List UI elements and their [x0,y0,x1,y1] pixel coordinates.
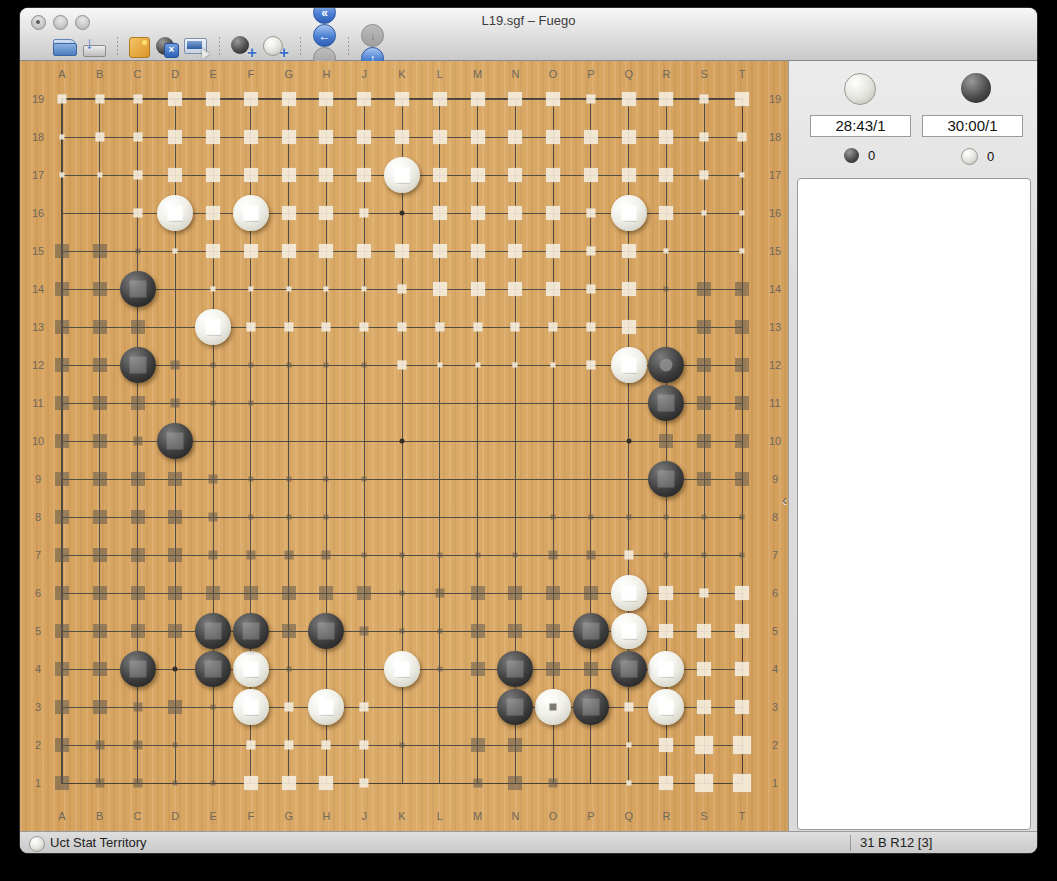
white-territory-mark [508,206,522,220]
white-territory-mark [95,133,104,142]
black-territory-mark [209,475,218,484]
white-stone-Q16 [611,195,647,231]
black-territory-mark [549,779,558,788]
white-territory-mark [319,244,333,258]
column-label: J [361,68,367,80]
toolbar-separator [219,37,220,57]
black-territory-mark [171,361,180,370]
row-label: 7 [772,549,778,561]
white-stone-H3 [308,689,344,725]
black-territory-mark [55,776,69,790]
white-territory-mark [622,92,636,106]
white-territory-mark [513,363,518,368]
black-territory-mark [586,551,595,560]
black-territory-mark [93,700,107,714]
column-label: N [511,810,519,822]
territory-mark-on-stone [318,623,335,640]
white-prisoners-row: 0 [844,148,875,163]
black-prisoners-count: 0 [987,149,994,164]
black-territory-mark [437,553,442,558]
toolbar: ↓ × + + ◀ [50,34,388,60]
black-territory-mark [55,396,69,410]
white-territory-mark [319,168,333,182]
white-territory-mark [471,206,485,220]
add-white-stone-button[interactable]: + [263,36,289,58]
territory-mark-on-stone [658,395,675,412]
black-territory-mark [437,629,442,634]
white-territory-mark [659,168,673,182]
white-territory-mark [622,282,636,296]
row-label: 12 [769,359,781,371]
black-territory-mark [93,244,107,258]
territory-mark-on-stone [167,433,184,450]
app-window: L19.sgf – Fuego ↓ × [20,8,1037,853]
white-territory-mark [702,211,707,216]
black-territory-mark [324,477,329,482]
white-territory-mark [435,323,444,332]
black-territory-mark [546,586,560,600]
territory-mark-on-stone [243,206,258,221]
black-territory-mark [95,779,104,788]
black-territory-mark [131,320,145,334]
black-territory-mark [55,358,69,372]
white-territory-mark [284,323,293,332]
white-territory-mark [357,244,371,258]
plus-icon: + [247,46,257,60]
black-territory-mark [209,513,218,522]
territory-mark-on-stone [205,623,222,640]
white-stone-K17 [384,157,420,193]
row-label: 14 [32,283,44,295]
white-territory-mark [168,92,182,106]
white-territory-mark [319,92,333,106]
white-territory-mark [473,323,482,332]
territory-mark-on-stone [319,700,334,715]
row-label: 18 [769,131,781,143]
open-file-button[interactable] [53,39,76,56]
white-territory-mark [282,92,296,106]
row-label: 16 [769,207,781,219]
column-label: A [58,68,65,80]
row-label: 1 [772,777,778,789]
add-black-stone-button[interactable]: + [231,36,257,58]
column-label: G [284,810,293,822]
splitter-grip-icon[interactable]: ‹ [782,491,787,508]
black-territory-mark [697,282,711,296]
white-territory-mark [433,282,447,296]
row-label: 10 [32,435,44,447]
black-stone-N3 [497,689,533,725]
black-stone-R11 [648,385,684,421]
black-player-stone-icon [961,73,991,103]
white-territory-mark [622,320,636,334]
black-territory-mark [324,363,329,368]
black-territory-mark [735,472,749,486]
territory-mark-on-stone [620,661,637,678]
white-territory-mark [546,206,560,220]
column-label: A [58,810,65,822]
black-territory-mark [362,363,367,368]
white-territory-mark [584,168,598,182]
white-territory-mark [735,624,749,638]
black-territory-mark [131,510,145,524]
white-territory-mark [471,282,485,296]
hoshi-point [626,439,631,444]
white-prisoners-count: 0 [868,148,875,163]
column-label: N [511,68,519,80]
black-territory-mark [697,320,711,334]
white-territory-mark [395,244,409,258]
territory-mark-on-stone [582,699,599,716]
black-territory-mark [93,548,107,562]
white-territory-mark [735,92,749,106]
territory-mark-on-stone [621,586,636,601]
row-label: 3 [772,701,778,713]
white-territory-mark [659,738,673,752]
territory-mark-on-stone [243,662,258,677]
white-territory-mark [248,287,253,292]
black-territory-mark [131,624,145,638]
black-territory-mark [206,586,220,600]
back-10-moves-button[interactable]: « [313,8,336,24]
white-stone-O3 [535,689,571,725]
black-territory-mark [55,282,69,296]
white-territory-mark [549,323,558,332]
white-stone-K4 [384,651,420,687]
white-territory-mark [659,776,673,790]
territory-mark-on-stone [507,699,524,716]
black-territory-mark [95,741,104,750]
row-label: 6 [35,587,41,599]
white-territory-mark [735,662,749,676]
black-stone-F5 [233,613,269,649]
black-territory-mark [93,320,107,334]
territory-mark-on-stone [205,661,222,678]
white-territory-mark [360,323,369,332]
black-territory-mark [319,586,333,600]
white-territory-mark [319,776,333,790]
x-badge-icon: × [164,43,179,58]
territory-mark-on-stone [168,206,183,221]
black-prisoners-row: 0 [961,148,994,165]
black-territory-mark [244,586,258,600]
territory-mark-on-stone [621,624,636,639]
column-label: Q [624,68,633,80]
column-label: T [739,68,746,80]
black-territory-mark [735,282,749,296]
black-territory-mark [584,662,598,676]
column-label: C [134,810,142,822]
status-stone-icon [29,836,45,852]
black-territory-mark [131,548,145,562]
black-territory-mark [168,510,182,524]
white-territory-mark [360,779,369,788]
white-territory-mark [626,743,631,748]
hoshi-point [400,439,405,444]
row-label: 6 [772,587,778,599]
white-territory-mark [282,776,296,790]
territory-mark-on-stone [243,700,258,715]
white-territory-mark [133,95,142,104]
row-label: 19 [32,93,44,105]
white-territory-mark [133,171,142,180]
black-territory-mark [400,591,405,596]
computer-play-button[interactable] [184,38,208,57]
white-territory-mark [586,247,595,256]
white-territory-mark [433,206,447,220]
row-label: 8 [35,511,41,523]
white-territory-mark [659,130,673,144]
white-territory-mark [324,287,329,292]
black-territory-mark [435,589,444,598]
save-file-button[interactable]: ↓ [82,38,106,57]
black-territory-mark [55,586,69,600]
black-territory-mark [93,510,107,524]
black-territory-mark [664,515,669,520]
white-territory-mark [546,282,560,296]
black-stone-H5 [308,613,344,649]
black-stone-D10 [157,423,193,459]
white-stone-E13 [195,309,231,345]
black-territory-mark [508,586,522,600]
row-label: 14 [769,283,781,295]
black-territory-mark [362,477,367,482]
black-stone-C4 [120,651,156,687]
white-territory-mark [586,209,595,218]
column-label: E [209,68,216,80]
black-territory-mark [248,515,253,520]
white-territory-mark [362,287,367,292]
white-territory-mark [60,135,65,140]
white-territory-mark [357,130,371,144]
column-label: C [134,68,142,80]
column-label: M [473,68,482,80]
back-one-move-button[interactable]: ← [313,24,336,47]
black-territory-mark [508,624,522,638]
window-title: L19.sgf – Fuego [20,13,1037,28]
go-board[interactable]: AABBCCDDEEFFGGHHJJKKLLMMNNOOPPQQRRSSTT19… [20,61,788,831]
white-territory-mark [286,287,291,292]
black-territory-mark [93,434,107,448]
black-territory-mark [471,586,485,600]
territory-mark-on-stone [395,662,410,677]
black-territory-mark [133,703,142,712]
computer-color-button[interactable]: × [156,37,178,57]
white-territory-mark [622,244,636,258]
white-territory-mark [398,323,407,332]
black-territory-mark [133,437,142,446]
territory-mark-on-stone [550,704,557,711]
row-label: 7 [35,549,41,561]
white-territory-mark [735,586,749,600]
black-stone-E4 [195,651,231,687]
black-territory-mark [471,738,485,752]
white-territory-mark [700,171,709,180]
row-label: 13 [32,321,44,333]
white-territory-mark [740,249,745,254]
column-label: F [248,810,255,822]
black-territory-mark [131,586,145,600]
white-territory-mark [95,95,104,104]
black-stone-Q4 [611,651,647,687]
white-territory-mark [624,551,633,560]
black-territory-mark [93,624,107,638]
black-territory-mark [55,472,69,486]
white-stone-Q5 [611,613,647,649]
white-stone-icon [961,148,978,165]
column-label: S [701,810,708,822]
white-territory-mark [360,741,369,750]
hoshi-point [173,667,178,672]
white-territory-mark [622,168,636,182]
new-board-button[interactable] [129,37,150,58]
black-territory-mark [664,553,669,558]
column-label: E [209,810,216,822]
black-territory-mark [664,287,669,292]
territory-mark-on-stone [621,206,636,221]
row-label: 2 [35,739,41,751]
row-label: 9 [35,473,41,485]
white-stone-R3 [648,689,684,725]
variation-down-button[interactable]: ↓ [361,24,384,47]
white-territory-mark [586,323,595,332]
black-territory-mark [697,396,711,410]
black-territory-mark [697,472,711,486]
black-territory-mark [546,624,560,638]
white-territory-mark [733,736,751,754]
row-label: 11 [32,397,43,409]
white-territory-mark [546,168,560,182]
black-territory-mark [135,249,140,254]
white-territory-mark [697,662,711,676]
white-territory-mark [622,130,636,144]
black-territory-mark [55,662,69,676]
black-territory-mark [286,515,291,520]
white-territory-mark [133,133,142,142]
black-territory-mark [588,515,593,520]
right-panel: 28:43/1 30:00/1 0 0 [789,61,1037,831]
black-territory-mark [702,515,707,520]
black-territory-mark [702,553,707,558]
column-label: R [662,810,670,822]
black-territory-mark [93,358,107,372]
down-arrow-icon: ↓ [85,34,94,54]
status-analyze-label: Uct Stat Territory [50,835,147,850]
toolbar-separator [300,37,301,57]
move-list[interactable] [797,178,1031,830]
white-territory-mark [284,741,293,750]
black-territory-mark [282,624,296,638]
black-territory-mark [168,586,182,600]
white-territory-mark [206,92,220,106]
main-content: AABBCCDDEEFFGGHHJJKKLLMMNNOOPPQQRRSSTT19… [20,61,1037,831]
black-territory-mark [282,586,296,600]
white-territory-mark [659,624,673,638]
row-label: 3 [35,701,41,713]
white-territory-mark [624,703,633,712]
black-territory-mark [740,515,745,520]
white-territory-mark [206,244,220,258]
white-territory-mark [508,168,522,182]
white-territory-mark [433,130,447,144]
row-label: 17 [769,169,781,181]
white-territory-mark [244,244,258,258]
black-territory-mark [400,743,405,748]
black-territory-mark [173,743,178,748]
column-label: Q [624,810,633,822]
column-label: O [549,68,558,80]
row-label: 16 [32,207,44,219]
black-territory-mark [133,779,142,788]
black-territory-mark [659,434,673,448]
white-territory-mark [508,244,522,258]
white-territory-mark [471,244,485,258]
white-territory-mark [586,95,595,104]
territory-mark-on-stone [395,168,410,183]
white-territory-mark [740,173,745,178]
black-territory-mark [173,781,178,786]
column-label: P [587,810,594,822]
white-territory-mark [695,774,713,792]
white-territory-mark [357,92,371,106]
column-label: R [662,68,670,80]
white-territory-mark [733,774,751,792]
white-territory-mark [322,741,331,750]
white-territory-mark [282,206,296,220]
black-territory-mark [473,779,482,788]
white-territory-mark [626,781,631,786]
column-label: D [171,810,179,822]
white-territory-mark [740,211,745,216]
white-territory-mark [206,168,220,182]
white-territory-mark [395,92,409,106]
black-territory-mark [697,434,711,448]
white-territory-mark [471,92,485,106]
white-territory-mark [659,586,673,600]
row-label: 5 [772,625,778,637]
black-territory-mark [286,363,291,368]
white-territory-mark [508,130,522,144]
black-territory-mark [55,320,69,334]
white-territory-mark [97,173,102,178]
white-territory-mark [398,361,407,370]
column-label: H [322,810,330,822]
row-label: 17 [32,169,44,181]
white-stone-F4 [233,651,269,687]
white-territory-mark [360,703,369,712]
territory-mark-on-stone [129,661,146,678]
column-label: G [284,68,293,80]
white-territory-mark [282,130,296,144]
white-territory-mark [206,206,220,220]
column-label: S [701,68,708,80]
row-label: 12 [32,359,44,371]
row-label: 15 [32,245,44,257]
column-label: H [322,68,330,80]
white-stone-D16 [157,195,193,231]
white-territory-mark [244,776,258,790]
white-territory-mark [697,624,711,638]
white-territory-mark [246,741,255,750]
black-territory-mark [55,700,69,714]
white-territory-mark [659,206,673,220]
white-territory-mark [511,323,520,332]
black-territory-mark [735,396,749,410]
white-territory-mark [551,363,556,368]
white-territory-mark [319,206,333,220]
white-stone-Q6 [611,575,647,611]
white-clock-field: 28:43/1 [810,115,911,137]
